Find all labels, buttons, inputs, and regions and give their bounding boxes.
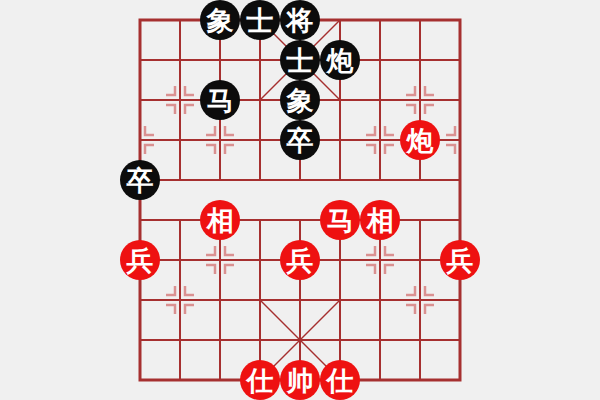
black-advisor[interactable]: 士	[280, 40, 320, 80]
black-elephant[interactable]: 象	[280, 80, 320, 120]
black-horse[interactable]: 马	[200, 80, 240, 120]
red-general[interactable]: 帅	[280, 360, 320, 400]
red-advisor[interactable]: 仕	[320, 360, 360, 400]
black-general[interactable]: 将	[280, 0, 320, 40]
red-cannon[interactable]: 炮	[400, 120, 440, 160]
red-elephant[interactable]: 相	[360, 200, 400, 240]
xiangqi-board[interactable]: 象士将士炮马象卒炮卒相马相兵兵兵仕帅仕	[0, 0, 600, 400]
red-pawn[interactable]: 兵	[280, 240, 320, 280]
red-horse[interactable]: 马	[320, 200, 360, 240]
red-pawn[interactable]: 兵	[120, 240, 160, 280]
black-cannon[interactable]: 炮	[320, 40, 360, 80]
black-advisor[interactable]: 士	[240, 0, 280, 40]
pieces-layer: 象士将士炮马象卒炮卒相马相兵兵兵仕帅仕	[120, 0, 480, 400]
black-elephant[interactable]: 象	[200, 0, 240, 40]
black-pawn[interactable]: 卒	[120, 160, 160, 200]
black-pawn[interactable]: 卒	[280, 120, 320, 160]
red-advisor[interactable]: 仕	[240, 360, 280, 400]
red-pawn[interactable]: 兵	[440, 240, 480, 280]
red-elephant[interactable]: 相	[200, 200, 240, 240]
